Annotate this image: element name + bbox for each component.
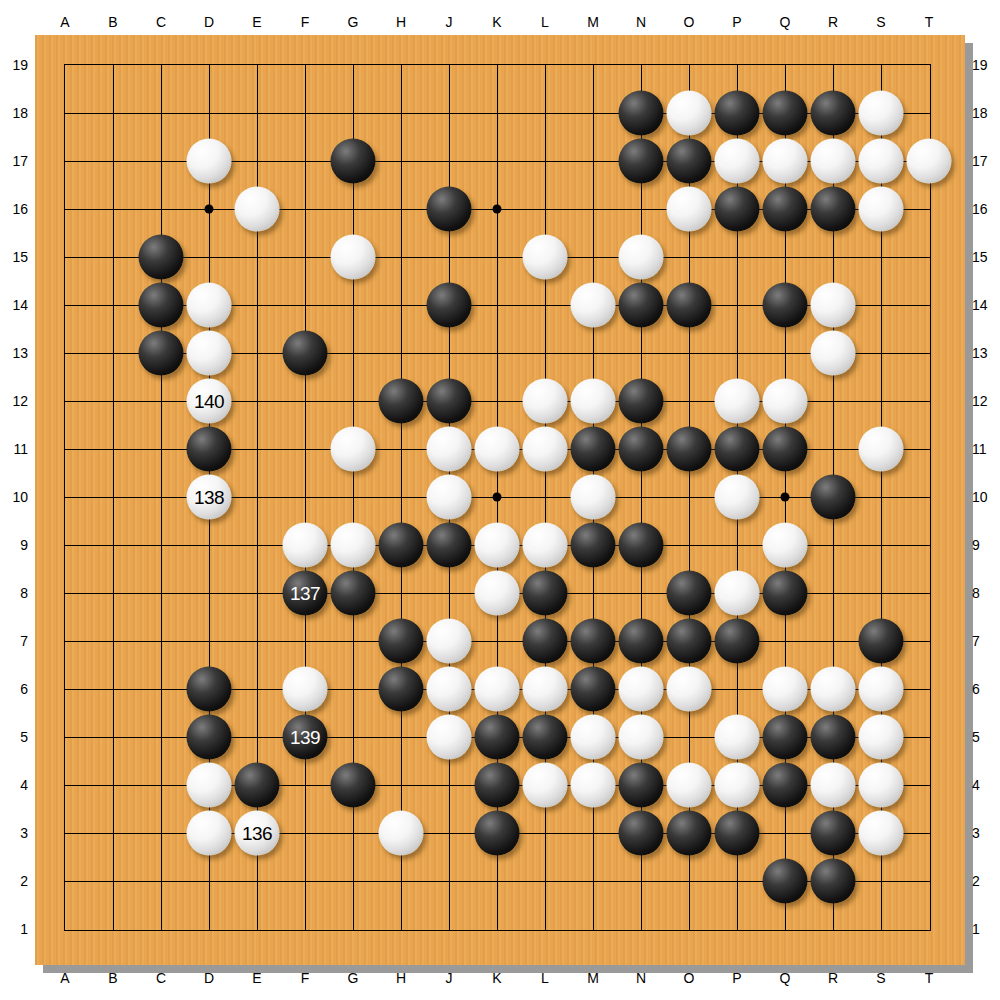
- stone-white-S4[interactable]: [859, 763, 904, 808]
- stone-black-N11[interactable]: [619, 427, 664, 472]
- stone-black-R18[interactable]: [811, 91, 856, 136]
- stone-white-D12[interactable]: 140: [187, 379, 232, 424]
- stone-white-T17[interactable]: [907, 139, 952, 184]
- stone-white-L6[interactable]: [523, 667, 568, 712]
- coordinate-label-right-4: 4: [972, 775, 1000, 795]
- stone-black-R10[interactable]: [811, 475, 856, 520]
- go-board[interactable]: 140138137139136: [35, 35, 965, 965]
- stone-black-K5[interactable]: [475, 715, 520, 760]
- stone-black-N18[interactable]: [619, 91, 664, 136]
- stone-white-D14[interactable]: [187, 283, 232, 328]
- stone-black-O3[interactable]: [667, 811, 712, 856]
- coordinate-label-left-11: 11: [0, 439, 28, 459]
- stone-black-M7[interactable]: [571, 619, 616, 664]
- stone-black-J9[interactable]: [427, 523, 472, 568]
- coordinate-label-top-O: O: [665, 12, 713, 32]
- stone-white-J6[interactable]: [427, 667, 472, 712]
- stone-white-R6[interactable]: [811, 667, 856, 712]
- stone-black-O8[interactable]: [667, 571, 712, 616]
- stone-white-G11[interactable]: [331, 427, 376, 472]
- grid-line-horizontal: [65, 641, 930, 642]
- coordinate-label-left-4: 4: [0, 775, 28, 795]
- coordinate-label-top-Q: Q: [761, 12, 809, 32]
- coordinate-label-left-7: 7: [0, 631, 28, 651]
- coordinate-label-top-L: L: [521, 12, 569, 32]
- stone-black-E4[interactable]: [235, 763, 280, 808]
- coordinate-label-top-F: F: [281, 12, 329, 32]
- stone-black-N3[interactable]: [619, 811, 664, 856]
- coordinate-label-left-9: 9: [0, 535, 28, 555]
- stone-black-C13[interactable]: [139, 331, 184, 376]
- coordinate-label-top-G: G: [329, 12, 377, 32]
- coordinate-label-right-12: 12: [972, 391, 1000, 411]
- stone-black-F8[interactable]: 137: [283, 571, 328, 616]
- stone-white-J7[interactable]: [427, 619, 472, 664]
- stone-white-M12[interactable]: [571, 379, 616, 424]
- coordinate-label-left-5: 5: [0, 727, 28, 747]
- stone-black-D11[interactable]: [187, 427, 232, 472]
- move-number-140: 140: [194, 392, 224, 411]
- coordinate-label-right-1: 1: [972, 919, 1000, 939]
- stone-white-R4[interactable]: [811, 763, 856, 808]
- stone-white-K9[interactable]: [475, 523, 520, 568]
- coordinate-label-left-14: 14: [0, 295, 28, 315]
- stone-white-D13[interactable]: [187, 331, 232, 376]
- coordinate-label-top-N: N: [617, 12, 665, 32]
- stone-white-D4[interactable]: [187, 763, 232, 808]
- stone-white-L4[interactable]: [523, 763, 568, 808]
- coordinate-label-top-D: D: [185, 12, 233, 32]
- coordinate-label-bottom-B: B: [89, 968, 137, 988]
- stone-white-D10[interactable]: 138: [187, 475, 232, 520]
- coordinate-label-bottom-Q: Q: [761, 968, 809, 988]
- coordinate-label-left-1: 1: [0, 919, 28, 939]
- stone-black-Q5[interactable]: [763, 715, 808, 760]
- stone-black-G4[interactable]: [331, 763, 376, 808]
- stone-black-F13[interactable]: [283, 331, 328, 376]
- coordinate-label-right-17: 17: [972, 151, 1000, 171]
- stone-black-M9[interactable]: [571, 523, 616, 568]
- stone-white-H3[interactable]: [379, 811, 424, 856]
- coordinate-label-right-3: 3: [972, 823, 1000, 843]
- stone-black-L8[interactable]: [523, 571, 568, 616]
- coordinate-label-top-C: C: [137, 12, 185, 32]
- stone-white-R14[interactable]: [811, 283, 856, 328]
- stone-black-J14[interactable]: [427, 283, 472, 328]
- stone-white-P12[interactable]: [715, 379, 760, 424]
- coordinate-label-left-18: 18: [0, 103, 28, 123]
- stone-white-J11[interactable]: [427, 427, 472, 472]
- stone-black-D6[interactable]: [187, 667, 232, 712]
- stone-black-Q18[interactable]: [763, 91, 808, 136]
- stone-white-G9[interactable]: [331, 523, 376, 568]
- stone-white-O6[interactable]: [667, 667, 712, 712]
- stone-black-R5[interactable]: [811, 715, 856, 760]
- coordinate-label-bottom-N: N: [617, 968, 665, 988]
- star-point-K10: [493, 493, 502, 502]
- coordinate-label-top-P: P: [713, 12, 761, 32]
- stone-white-O18[interactable]: [667, 91, 712, 136]
- stone-black-M11[interactable]: [571, 427, 616, 472]
- page: 140138137139136 AABBCCDDEEFFGGHHJJKKLLMM…: [0, 0, 1000, 1000]
- stone-white-R13[interactable]: [811, 331, 856, 376]
- stone-black-Q14[interactable]: [763, 283, 808, 328]
- stone-black-L7[interactable]: [523, 619, 568, 664]
- move-number-139: 139: [290, 728, 320, 747]
- stone-white-N6[interactable]: [619, 667, 664, 712]
- coordinate-label-right-15: 15: [972, 247, 1000, 267]
- coordinate-label-top-M: M: [569, 12, 617, 32]
- stone-black-R2[interactable]: [811, 859, 856, 904]
- stone-white-E16[interactable]: [235, 187, 280, 232]
- stone-white-K11[interactable]: [475, 427, 520, 472]
- stone-black-D5[interactable]: [187, 715, 232, 760]
- stone-black-O17[interactable]: [667, 139, 712, 184]
- star-point-K16: [493, 205, 502, 214]
- stone-black-Q8[interactable]: [763, 571, 808, 616]
- stone-white-J10[interactable]: [427, 475, 472, 520]
- coordinate-label-right-7: 7: [972, 631, 1000, 651]
- stone-white-F9[interactable]: [283, 523, 328, 568]
- stone-white-Q9[interactable]: [763, 523, 808, 568]
- stone-black-G17[interactable]: [331, 139, 376, 184]
- coordinate-label-bottom-C: C: [137, 968, 185, 988]
- stone-black-N7[interactable]: [619, 619, 664, 664]
- stone-white-S5[interactable]: [859, 715, 904, 760]
- stone-white-L12[interactable]: [523, 379, 568, 424]
- stone-black-M6[interactable]: [571, 667, 616, 712]
- stone-black-J16[interactable]: [427, 187, 472, 232]
- stone-white-D17[interactable]: [187, 139, 232, 184]
- stone-black-P18[interactable]: [715, 91, 760, 136]
- coordinate-label-right-16: 16: [972, 199, 1000, 219]
- stone-black-S7[interactable]: [859, 619, 904, 664]
- stone-white-P10[interactable]: [715, 475, 760, 520]
- coordinate-label-top-B: B: [89, 12, 137, 32]
- move-number-137: 137: [290, 584, 320, 603]
- coordinate-label-bottom-F: F: [281, 968, 329, 988]
- stone-white-E3[interactable]: 136: [235, 811, 280, 856]
- stone-white-M10[interactable]: [571, 475, 616, 520]
- stone-white-M14[interactable]: [571, 283, 616, 328]
- coordinate-label-right-18: 18: [972, 103, 1000, 123]
- coordinate-label-bottom-T: T: [905, 968, 953, 988]
- coordinate-label-left-19: 19: [0, 55, 28, 75]
- stone-black-Q2[interactable]: [763, 859, 808, 904]
- coordinate-label-top-A: A: [41, 12, 89, 32]
- stone-white-S18[interactable]: [859, 91, 904, 136]
- coordinate-label-bottom-K: K: [473, 968, 521, 988]
- stone-white-J5[interactable]: [427, 715, 472, 760]
- stone-black-C15[interactable]: [139, 235, 184, 280]
- stone-black-G8[interactable]: [331, 571, 376, 616]
- coordinate-label-top-K: K: [473, 12, 521, 32]
- stone-white-N15[interactable]: [619, 235, 664, 280]
- coordinate-label-left-3: 3: [0, 823, 28, 843]
- stone-black-L5[interactable]: [523, 715, 568, 760]
- stone-white-P5[interactable]: [715, 715, 760, 760]
- coordinate-label-top-E: E: [233, 12, 281, 32]
- coordinate-label-bottom-H: H: [377, 968, 425, 988]
- coordinate-label-bottom-S: S: [857, 968, 905, 988]
- stone-black-P11[interactable]: [715, 427, 760, 472]
- coordinate-label-right-14: 14: [972, 295, 1000, 315]
- coordinate-label-left-13: 13: [0, 343, 28, 363]
- stone-black-N14[interactable]: [619, 283, 664, 328]
- coordinate-label-right-2: 2: [972, 871, 1000, 891]
- coordinate-label-left-2: 2: [0, 871, 28, 891]
- stone-white-S16[interactable]: [859, 187, 904, 232]
- stone-white-S3[interactable]: [859, 811, 904, 856]
- coordinate-label-left-12: 12: [0, 391, 28, 411]
- coordinate-label-top-H: H: [377, 12, 425, 32]
- stone-black-O7[interactable]: [667, 619, 712, 664]
- coordinate-label-top-J: J: [425, 12, 473, 32]
- coordinate-label-top-R: R: [809, 12, 857, 32]
- stone-black-N12[interactable]: [619, 379, 664, 424]
- coordinate-label-right-13: 13: [972, 343, 1000, 363]
- star-point-D16: [205, 205, 214, 214]
- coordinate-label-left-8: 8: [0, 583, 28, 603]
- coordinate-label-left-17: 17: [0, 151, 28, 171]
- stone-black-H9[interactable]: [379, 523, 424, 568]
- coordinate-label-right-10: 10: [972, 487, 1000, 507]
- stone-white-L15[interactable]: [523, 235, 568, 280]
- coordinate-label-bottom-O: O: [665, 968, 713, 988]
- stone-white-D3[interactable]: [187, 811, 232, 856]
- stone-white-R17[interactable]: [811, 139, 856, 184]
- coordinate-label-bottom-D: D: [185, 968, 233, 988]
- coordinate-label-right-6: 6: [972, 679, 1000, 699]
- stone-black-N4[interactable]: [619, 763, 664, 808]
- stone-black-P16[interactable]: [715, 187, 760, 232]
- stone-black-Q4[interactable]: [763, 763, 808, 808]
- stone-white-P17[interactable]: [715, 139, 760, 184]
- stone-black-R16[interactable]: [811, 187, 856, 232]
- coordinate-label-bottom-M: M: [569, 968, 617, 988]
- coordinate-label-left-16: 16: [0, 199, 28, 219]
- stone-black-Q16[interactable]: [763, 187, 808, 232]
- stone-black-K3[interactable]: [475, 811, 520, 856]
- stone-white-S17[interactable]: [859, 139, 904, 184]
- coordinate-label-top-T: T: [905, 12, 953, 32]
- coordinate-label-top-S: S: [857, 12, 905, 32]
- stone-white-S11[interactable]: [859, 427, 904, 472]
- coordinate-label-right-19: 19: [972, 55, 1000, 75]
- coordinate-label-left-6: 6: [0, 679, 28, 699]
- stone-black-H6[interactable]: [379, 667, 424, 712]
- stone-white-P4[interactable]: [715, 763, 760, 808]
- coordinate-label-right-5: 5: [972, 727, 1000, 747]
- coordinate-label-right-9: 9: [972, 535, 1000, 555]
- stone-black-Q11[interactable]: [763, 427, 808, 472]
- coordinate-label-bottom-R: R: [809, 968, 857, 988]
- stone-black-O11[interactable]: [667, 427, 712, 472]
- stone-white-Q17[interactable]: [763, 139, 808, 184]
- stone-black-O14[interactable]: [667, 283, 712, 328]
- stone-white-G15[interactable]: [331, 235, 376, 280]
- coordinate-label-bottom-J: J: [425, 968, 473, 988]
- stone-white-S6[interactable]: [859, 667, 904, 712]
- stone-black-H12[interactable]: [379, 379, 424, 424]
- stone-white-L11[interactable]: [523, 427, 568, 472]
- stone-white-M4[interactable]: [571, 763, 616, 808]
- stone-white-M5[interactable]: [571, 715, 616, 760]
- coordinate-label-right-8: 8: [972, 583, 1000, 603]
- stone-black-R3[interactable]: [811, 811, 856, 856]
- stone-white-Q12[interactable]: [763, 379, 808, 424]
- stone-white-L9[interactable]: [523, 523, 568, 568]
- move-number-138: 138: [194, 488, 224, 507]
- stone-white-O4[interactable]: [667, 763, 712, 808]
- coordinate-label-right-11: 11: [972, 439, 1000, 459]
- stone-black-N9[interactable]: [619, 523, 664, 568]
- coordinate-label-bottom-P: P: [713, 968, 761, 988]
- stone-black-H7[interactable]: [379, 619, 424, 664]
- stone-white-P8[interactable]: [715, 571, 760, 616]
- coordinate-label-bottom-E: E: [233, 968, 281, 988]
- coordinate-label-bottom-L: L: [521, 968, 569, 988]
- stone-black-K4[interactable]: [475, 763, 520, 808]
- stone-black-N17[interactable]: [619, 139, 664, 184]
- star-point-Q10: [781, 493, 790, 502]
- stone-white-K8[interactable]: [475, 571, 520, 616]
- stone-black-F5[interactable]: 139: [283, 715, 328, 760]
- coordinate-label-left-15: 15: [0, 247, 28, 267]
- stone-white-Q6[interactable]: [763, 667, 808, 712]
- coordinate-label-left-10: 10: [0, 487, 28, 507]
- stone-white-F6[interactable]: [283, 667, 328, 712]
- stone-black-J12[interactable]: [427, 379, 472, 424]
- stone-black-C14[interactable]: [139, 283, 184, 328]
- stone-white-O16[interactable]: [667, 187, 712, 232]
- stone-black-P7[interactable]: [715, 619, 760, 664]
- stone-white-K6[interactable]: [475, 667, 520, 712]
- coordinate-label-bottom-G: G: [329, 968, 377, 988]
- stone-white-N5[interactable]: [619, 715, 664, 760]
- stone-black-P3[interactable]: [715, 811, 760, 856]
- coordinate-label-bottom-A: A: [41, 968, 89, 988]
- move-number-136: 136: [242, 824, 272, 843]
